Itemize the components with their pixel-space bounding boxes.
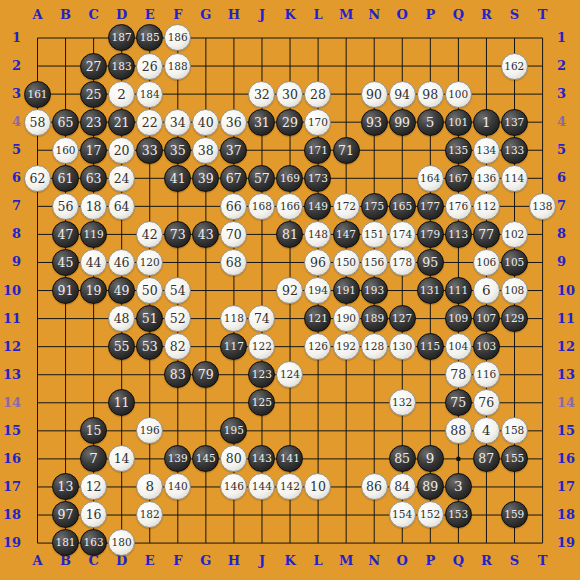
stone-move-number: 187	[109, 25, 134, 50]
stone-H6: 67	[220, 165, 247, 192]
stone-F4: 34	[164, 109, 191, 136]
coord-label-K: K	[276, 7, 304, 23]
intersection-G19	[192, 529, 220, 557]
stone-H9: 68	[220, 249, 247, 276]
intersection-M9: 150	[332, 248, 360, 276]
stone-move-number: 9	[418, 446, 443, 471]
stone-B5: 160	[52, 137, 79, 164]
intersection-B5: 160	[52, 136, 80, 164]
intersection-J9	[248, 248, 276, 276]
intersection-A10	[23, 276, 51, 304]
coord-label-7: 7	[557, 198, 580, 214]
stone-move-number: 106	[474, 250, 499, 275]
stone-move-number: 104	[446, 334, 471, 359]
stone-move-number: 126	[305, 334, 330, 359]
stone-T7: 138	[529, 193, 556, 220]
intersection-A5	[23, 136, 51, 164]
intersection-F11: 52	[164, 304, 192, 332]
stone-move-number: 136	[474, 166, 499, 191]
intersection-J14: 125	[248, 389, 276, 417]
stone-move-number: 31	[249, 110, 274, 135]
intersection-K3: 30	[276, 80, 304, 108]
intersection-P1	[416, 24, 444, 52]
intersection-S14	[500, 389, 528, 417]
stone-move-number: 49	[109, 278, 134, 303]
stone-N8: 151	[361, 221, 388, 248]
stone-Q6: 167	[445, 165, 472, 192]
intersection-T17	[528, 473, 556, 501]
stone-H4: 36	[220, 109, 247, 136]
intersection-N10: 193	[360, 276, 388, 304]
coord-label-R: R	[472, 7, 500, 23]
intersection-T5	[528, 136, 556, 164]
coord-label-8: 8	[0, 226, 21, 242]
intersection-Q12: 104	[444, 332, 472, 360]
stone-move-number: 192	[334, 334, 359, 359]
stone-move-number: 180	[109, 530, 134, 555]
intersection-E7	[136, 192, 164, 220]
stone-move-number: 165	[390, 194, 415, 219]
intersection-D7: 64	[108, 192, 136, 220]
stone-move-number: 139	[165, 446, 190, 471]
intersection-T15	[528, 417, 556, 445]
intersection-O11: 127	[388, 304, 416, 332]
stone-move-number: 151	[362, 222, 387, 247]
coord-label-O: O	[388, 7, 416, 23]
intersection-J10	[248, 276, 276, 304]
coord-label-17: 17	[0, 479, 21, 495]
intersection-T3	[528, 80, 556, 108]
stone-B10: 91	[52, 277, 79, 304]
intersection-L6: 173	[304, 164, 332, 192]
intersection-O10	[388, 276, 416, 304]
stone-move-number: 111	[446, 278, 471, 303]
stone-move-number: 51	[137, 306, 162, 331]
intersection-F14	[164, 389, 192, 417]
coord-label-4: 4	[0, 114, 21, 130]
stone-C8: 119	[80, 221, 107, 248]
intersection-L4: 170	[304, 108, 332, 136]
coord-label-3: 3	[557, 86, 580, 102]
intersection-C12	[80, 332, 108, 360]
intersection-G10	[192, 276, 220, 304]
intersection-F10: 54	[164, 276, 192, 304]
stone-move-number: 96	[305, 250, 330, 275]
stone-R4: 1	[473, 109, 500, 136]
stone-move-number: 158	[502, 418, 527, 443]
stone-J3: 32	[248, 81, 275, 108]
coord-label-12: 12	[557, 339, 580, 355]
coord-label-H: H	[220, 7, 248, 23]
stone-move-number: 161	[25, 82, 50, 107]
intersection-J11: 74	[248, 304, 276, 332]
stone-E11: 51	[136, 305, 163, 332]
stone-move-number: 62	[25, 166, 50, 191]
intersection-D2: 183	[108, 52, 136, 80]
coord-label-S: S	[501, 7, 529, 23]
stone-H11: 118	[220, 305, 247, 332]
stone-F10: 54	[164, 277, 191, 304]
intersection-M12: 192	[332, 332, 360, 360]
stone-R16: 87	[473, 445, 500, 472]
intersection-O8: 174	[388, 220, 416, 248]
intersection-N1	[360, 24, 388, 52]
intersection-H3	[220, 80, 248, 108]
stone-L8: 148	[304, 221, 331, 248]
stone-move-number: 98	[418, 82, 443, 107]
stone-move-number: 188	[165, 54, 190, 79]
intersection-R4: 1	[472, 108, 500, 136]
intersection-L8: 148	[304, 220, 332, 248]
stone-move-number: 168	[249, 194, 274, 219]
stone-move-number: 88	[446, 418, 471, 443]
intersection-G16: 145	[192, 445, 220, 473]
stone-O7: 165	[389, 193, 416, 220]
stone-C2: 27	[80, 53, 107, 80]
coord-label-13: 13	[557, 367, 580, 383]
intersection-G2	[192, 52, 220, 80]
intersection-B18: 97	[52, 501, 80, 529]
intersection-M3	[332, 80, 360, 108]
stone-move-number: 78	[446, 362, 471, 387]
stone-move-number: 129	[502, 306, 527, 331]
intersection-M11: 190	[332, 304, 360, 332]
intersection-R6: 136	[472, 164, 500, 192]
intersection-G3	[192, 80, 220, 108]
stone-C16: 7	[80, 445, 107, 472]
stone-move-number: 71	[334, 138, 359, 163]
intersection-R17	[472, 473, 500, 501]
stone-move-number: 29	[277, 110, 302, 135]
intersection-R8: 77	[472, 220, 500, 248]
intersection-B8: 47	[52, 220, 80, 248]
intersection-R11: 107	[472, 304, 500, 332]
intersection-A14	[23, 389, 51, 417]
intersection-T16	[528, 445, 556, 473]
intersection-K14	[276, 389, 304, 417]
stone-move-number: 18	[81, 194, 106, 219]
intersection-P14	[416, 389, 444, 417]
stone-move-number: 173	[305, 166, 330, 191]
intersection-O4: 99	[388, 108, 416, 136]
intersection-S17	[500, 473, 528, 501]
intersection-H15: 195	[220, 417, 248, 445]
stone-L9: 96	[304, 249, 331, 276]
intersection-P8: 179	[416, 220, 444, 248]
intersection-A13	[23, 361, 51, 389]
intersection-G11	[192, 304, 220, 332]
intersection-G15	[192, 417, 220, 445]
intersection-S8: 102	[500, 220, 528, 248]
stone-move-number: 79	[193, 362, 218, 387]
stone-O12: 130	[389, 333, 416, 360]
intersection-G5: 38	[192, 136, 220, 164]
intersection-R16: 87	[472, 445, 500, 473]
stone-G4: 40	[192, 109, 219, 136]
intersection-O18: 154	[388, 501, 416, 529]
stone-O3: 94	[389, 81, 416, 108]
intersection-A1	[23, 24, 51, 52]
stone-Q15: 88	[445, 417, 472, 444]
stone-L4: 170	[304, 109, 331, 136]
intersection-R1	[472, 24, 500, 52]
intersection-G18	[192, 501, 220, 529]
stone-C6: 63	[80, 165, 107, 192]
stone-move-number: 155	[502, 446, 527, 471]
stone-move-number: 13	[53, 474, 78, 499]
stone-move-number: 40	[193, 110, 218, 135]
intersection-J18	[248, 501, 276, 529]
intersection-Q4: 101	[444, 108, 472, 136]
stone-move-number: 67	[221, 166, 246, 191]
intersection-Q14: 75	[444, 389, 472, 417]
stone-move-number: 1	[474, 110, 499, 135]
stone-move-number: 141	[277, 446, 302, 471]
stone-E4: 22	[136, 109, 163, 136]
stone-move-number: 93	[362, 110, 387, 135]
intersection-C15: 15	[80, 417, 108, 445]
stone-A3: 161	[24, 81, 51, 108]
stone-R6: 136	[473, 165, 500, 192]
intersection-N5	[360, 136, 388, 164]
stone-move-number: 47	[53, 222, 78, 247]
stone-E3: 184	[136, 81, 163, 108]
intersection-K19	[276, 529, 304, 557]
stone-F17: 140	[164, 473, 191, 500]
intersection-P5	[416, 136, 444, 164]
stone-D12: 55	[108, 333, 135, 360]
stone-move-number: 15	[81, 418, 106, 443]
intersection-L13	[304, 361, 332, 389]
intersection-L10: 194	[304, 276, 332, 304]
stone-move-number: 10	[305, 474, 330, 499]
stone-C15: 15	[80, 417, 107, 444]
intersection-H2	[220, 52, 248, 80]
stone-E17: 8	[136, 473, 163, 500]
stone-G16: 145	[192, 445, 219, 472]
stone-B9: 45	[52, 249, 79, 276]
intersection-A8	[23, 220, 51, 248]
intersection-N9: 156	[360, 248, 388, 276]
stone-move-number: 2	[109, 82, 134, 107]
coord-label-9: 9	[0, 254, 21, 270]
stone-N12: 128	[361, 333, 388, 360]
intersection-Q16	[444, 445, 472, 473]
coord-label-5: 5	[557, 142, 580, 158]
intersection-J17: 144	[248, 473, 276, 501]
intersection-T18	[528, 501, 556, 529]
intersection-N17: 86	[360, 473, 388, 501]
stone-move-number: 121	[305, 306, 330, 331]
stone-move-number: 107	[474, 306, 499, 331]
stone-F6: 41	[164, 165, 191, 192]
coord-label-2: 2	[0, 58, 21, 74]
stone-K17: 142	[276, 473, 303, 500]
intersection-L7: 149	[304, 192, 332, 220]
intersection-F8: 73	[164, 220, 192, 248]
coord-label-T: T	[529, 7, 557, 23]
intersection-K16: 141	[276, 445, 304, 473]
intersection-M19	[332, 529, 360, 557]
intersection-A16	[23, 445, 51, 473]
intersection-N12: 128	[360, 332, 388, 360]
intersection-D6: 24	[108, 164, 136, 192]
stone-D1: 187	[108, 24, 135, 51]
intersection-M14	[332, 389, 360, 417]
coord-label-18: 18	[0, 507, 21, 523]
stone-C5: 17	[80, 137, 107, 164]
stone-move-number: 77	[474, 222, 499, 247]
intersection-H14	[220, 389, 248, 417]
stone-H16: 80	[220, 445, 247, 472]
stone-move-number: 22	[137, 110, 162, 135]
stone-move-number: 125	[249, 390, 274, 415]
intersection-S19	[500, 529, 528, 557]
stone-move-number: 33	[137, 138, 162, 163]
stone-N17: 86	[361, 473, 388, 500]
stone-S4: 137	[501, 109, 528, 136]
stone-G8: 43	[192, 221, 219, 248]
stone-move-number: 48	[109, 306, 134, 331]
stone-C3: 25	[80, 81, 107, 108]
stone-Q11: 109	[445, 305, 472, 332]
stone-J13: 123	[248, 361, 275, 388]
stone-move-number: 100	[446, 82, 471, 107]
intersection-F7	[164, 192, 192, 220]
stone-O8: 174	[389, 221, 416, 248]
intersection-J15	[248, 417, 276, 445]
stone-B8: 47	[52, 221, 79, 248]
stone-F13: 83	[164, 361, 191, 388]
stone-move-number: 46	[109, 250, 134, 275]
intersection-S13	[500, 361, 528, 389]
stone-C19: 163	[80, 529, 107, 556]
intersection-H11: 118	[220, 304, 248, 332]
stone-move-number: 131	[418, 278, 443, 303]
stone-move-number: 26	[137, 54, 162, 79]
intersection-S7	[500, 192, 528, 220]
intersection-F9	[164, 248, 192, 276]
intersection-K7: 166	[276, 192, 304, 220]
stone-N3: 90	[361, 81, 388, 108]
stone-move-number: 156	[362, 250, 387, 275]
intersection-P4: 5	[416, 108, 444, 136]
intersection-E10: 50	[136, 276, 164, 304]
stone-O9: 178	[389, 249, 416, 276]
intersection-K15	[276, 417, 304, 445]
stone-move-number: 149	[305, 194, 330, 219]
intersection-J13: 123	[248, 361, 276, 389]
intersection-K4: 29	[276, 108, 304, 136]
stone-O18: 154	[389, 501, 416, 528]
intersection-H6: 67	[220, 164, 248, 192]
board-cells: 1871851862718326188162161252184323028909…	[23, 24, 556, 557]
intersection-C4: 23	[80, 108, 108, 136]
stone-Q8: 113	[445, 221, 472, 248]
intersection-N2	[360, 52, 388, 80]
intersection-E6	[136, 164, 164, 192]
coord-label-10: 10	[0, 283, 21, 299]
intersection-Q15: 88	[444, 417, 472, 445]
intersection-M6	[332, 164, 360, 192]
stone-move-number: 133	[502, 138, 527, 163]
stone-Q7: 176	[445, 193, 472, 220]
intersection-C14	[80, 389, 108, 417]
intersection-C7: 18	[80, 192, 108, 220]
coord-label-15: 15	[0, 423, 21, 439]
intersection-D1: 187	[108, 24, 136, 52]
intersection-T11	[528, 304, 556, 332]
intersection-J16: 143	[248, 445, 276, 473]
stone-move-number: 66	[221, 194, 246, 219]
intersection-N11: 189	[360, 304, 388, 332]
stone-K3: 30	[276, 81, 303, 108]
intersection-H19	[220, 529, 248, 557]
stone-move-number: 138	[530, 194, 555, 219]
intersection-G6: 39	[192, 164, 220, 192]
stone-G13: 79	[192, 361, 219, 388]
intersection-O9: 178	[388, 248, 416, 276]
intersection-G4: 40	[192, 108, 220, 136]
stone-B6: 61	[52, 165, 79, 192]
intersection-N15	[360, 417, 388, 445]
stone-D16: 14	[108, 445, 135, 472]
intersection-C8: 119	[80, 220, 108, 248]
stone-H12: 117	[220, 333, 247, 360]
coord-label-4: 4	[557, 114, 580, 130]
intersection-K10: 92	[276, 276, 304, 304]
intersection-F17: 140	[164, 473, 192, 501]
stone-move-number: 23	[81, 110, 106, 135]
intersection-B15	[52, 417, 80, 445]
intersection-H17: 146	[220, 473, 248, 501]
stone-move-number: 53	[137, 334, 162, 359]
intersection-D15	[108, 417, 136, 445]
stone-move-number: 108	[502, 278, 527, 303]
stone-move-number: 7	[81, 446, 106, 471]
intersection-A7	[23, 192, 51, 220]
stone-O4: 99	[389, 109, 416, 136]
stone-move-number: 160	[53, 138, 78, 163]
stone-move-number: 89	[418, 474, 443, 499]
intersection-L14	[304, 389, 332, 417]
intersection-S18: 159	[500, 501, 528, 529]
stone-move-number: 54	[165, 278, 190, 303]
go-board: ABCDEFGHJKLMNOPQRST ABCDEFGHJKLMNOPQRST …	[0, 0, 580, 580]
intersection-S11: 129	[500, 304, 528, 332]
intersection-J3: 32	[248, 80, 276, 108]
stone-F2: 188	[164, 53, 191, 80]
stone-E1: 185	[136, 24, 163, 51]
coord-label-F: F	[164, 7, 192, 23]
stone-move-number: 162	[502, 54, 527, 79]
stone-move-number: 137	[502, 110, 527, 135]
intersection-D17	[108, 473, 136, 501]
stone-N10: 193	[361, 277, 388, 304]
intersection-E9: 120	[136, 248, 164, 276]
intersection-S10: 108	[500, 276, 528, 304]
stone-move-number: 73	[165, 222, 190, 247]
stone-move-number: 124	[277, 362, 302, 387]
stone-B7: 56	[52, 193, 79, 220]
stone-L10: 194	[304, 277, 331, 304]
stone-J4: 31	[248, 109, 275, 136]
stone-move-number: 159	[502, 502, 527, 527]
intersection-L18	[304, 501, 332, 529]
intersection-Q3: 100	[444, 80, 472, 108]
stone-move-number: 185	[137, 25, 162, 50]
intersection-M13	[332, 361, 360, 389]
